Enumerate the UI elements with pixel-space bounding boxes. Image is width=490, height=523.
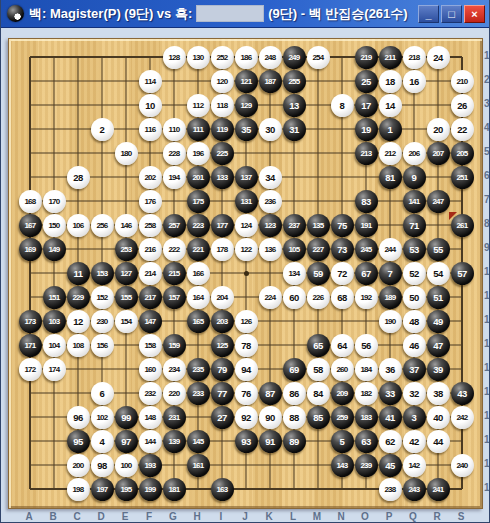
move-number: 226 bbox=[312, 293, 323, 302]
move-number: 219 bbox=[360, 53, 371, 62]
move-number: 145 bbox=[192, 437, 203, 446]
move-number: 8 bbox=[340, 100, 345, 111]
row-label-17: 17 bbox=[484, 434, 490, 445]
move-number: 93 bbox=[241, 436, 251, 447]
move-number: 139 bbox=[168, 437, 179, 446]
go-board[interactable]: 1281302521862482492542192112182411412012… bbox=[8, 38, 483, 509]
move-number: 75 bbox=[337, 220, 347, 231]
stone-183-black: 183 bbox=[355, 406, 378, 429]
stone-194-white: 194 bbox=[163, 166, 186, 189]
move-number: 86 bbox=[289, 388, 299, 399]
stone-189-black: 189 bbox=[379, 286, 402, 309]
column-label-Q: Q bbox=[409, 511, 417, 522]
stone-36-white: 36 bbox=[379, 358, 402, 381]
stone-32-white: 32 bbox=[403, 382, 426, 405]
stone-110-white: 110 bbox=[163, 118, 186, 141]
move-number: 194 bbox=[168, 173, 179, 182]
stone-53-black: 53 bbox=[403, 238, 426, 261]
move-number: 95 bbox=[73, 436, 83, 447]
stone-93-black: 93 bbox=[235, 430, 258, 453]
stone-187-black: 187 bbox=[259, 70, 282, 93]
move-number: 32 bbox=[409, 388, 419, 399]
move-number: 233 bbox=[192, 389, 203, 398]
move-number: 198 bbox=[72, 485, 83, 494]
move-number: 211 bbox=[385, 53, 396, 62]
move-number: 203 bbox=[216, 317, 227, 326]
move-number: 247 bbox=[432, 197, 443, 206]
stone-166-white: 166 bbox=[187, 262, 210, 285]
move-number: 231 bbox=[168, 413, 179, 422]
move-number: 28 bbox=[73, 172, 83, 183]
stone-177-black: 177 bbox=[211, 214, 234, 237]
stone-260-white: 260 bbox=[331, 358, 354, 381]
stone-244-white: 244 bbox=[379, 238, 402, 261]
stone-203-black: 203 bbox=[211, 310, 234, 333]
move-number: 110 bbox=[169, 125, 180, 134]
close-button[interactable]: × bbox=[464, 5, 485, 23]
move-number: 212 bbox=[384, 149, 395, 158]
stone-77-black: 77 bbox=[211, 382, 234, 405]
move-number: 20 bbox=[433, 124, 443, 135]
move-number: 134 bbox=[288, 269, 299, 278]
stone-230-white: 230 bbox=[91, 310, 114, 333]
stone-139-black: 139 bbox=[163, 430, 186, 453]
move-number: 183 bbox=[360, 413, 371, 422]
move-number: 13 bbox=[289, 100, 299, 111]
move-number: 111 bbox=[193, 125, 203, 134]
move-number: 71 bbox=[409, 220, 419, 231]
stone-73-black: 73 bbox=[331, 238, 354, 261]
stone-49-black: 49 bbox=[427, 310, 450, 333]
move-number: 38 bbox=[433, 388, 443, 399]
move-number: 126 bbox=[240, 317, 251, 326]
stone-215-black: 215 bbox=[163, 262, 186, 285]
go-stone-app-icon bbox=[7, 5, 24, 22]
move-number: 144 bbox=[144, 437, 155, 446]
stone-259-black: 259 bbox=[331, 406, 354, 429]
stone-17-black: 17 bbox=[355, 94, 378, 117]
move-number: 236 bbox=[264, 197, 275, 206]
stone-130-white: 130 bbox=[187, 46, 210, 69]
move-number: 235 bbox=[192, 365, 203, 374]
stone-242-white: 242 bbox=[451, 406, 474, 429]
stone-28-white: 28 bbox=[67, 166, 90, 189]
stone-207-black: 207 bbox=[427, 142, 450, 165]
stone-136-white: 136 bbox=[259, 238, 282, 261]
move-number: 18 bbox=[385, 76, 395, 87]
stone-202-white: 202 bbox=[139, 166, 162, 189]
stone-127-black: 127 bbox=[115, 262, 138, 285]
move-number: 209 bbox=[336, 389, 347, 398]
move-number: 202 bbox=[144, 173, 155, 182]
move-number: 243 bbox=[408, 485, 419, 494]
move-number: 165 bbox=[192, 317, 203, 326]
move-number: 257 bbox=[168, 221, 179, 230]
move-number: 35 bbox=[241, 124, 251, 135]
stone-157-black: 157 bbox=[163, 286, 186, 309]
move-number: 174 bbox=[48, 365, 59, 374]
stone-184-white: 184 bbox=[355, 358, 378, 381]
stone-106-white: 106 bbox=[67, 214, 90, 237]
column-label-C: C bbox=[73, 511, 80, 522]
stone-176-white: 176 bbox=[139, 190, 162, 213]
column-label-B: B bbox=[49, 511, 56, 522]
stone-122-white: 122 bbox=[235, 238, 258, 261]
column-label-J: J bbox=[242, 511, 248, 522]
move-number: 223 bbox=[192, 221, 203, 230]
stone-105-black: 105 bbox=[283, 238, 306, 261]
stone-59-black: 59 bbox=[307, 262, 330, 285]
stone-153-black: 153 bbox=[91, 262, 114, 285]
move-number: 48 bbox=[409, 316, 419, 327]
move-number: 210 bbox=[456, 77, 467, 86]
stone-178-white: 178 bbox=[211, 238, 234, 261]
stone-228-white: 228 bbox=[163, 142, 186, 165]
stone-148-white: 148 bbox=[139, 406, 162, 429]
move-number: 99 bbox=[121, 412, 131, 423]
move-number: 69 bbox=[289, 364, 299, 375]
move-number: 68 bbox=[337, 292, 347, 303]
move-number: 157 bbox=[168, 293, 179, 302]
stone-90-white: 90 bbox=[259, 406, 282, 429]
move-number: 89 bbox=[289, 436, 299, 447]
move-number: 207 bbox=[432, 149, 443, 158]
row-label-14: 14 bbox=[484, 362, 490, 373]
move-number: 53 bbox=[409, 244, 419, 255]
move-number: 116 bbox=[145, 125, 156, 134]
move-number: 159 bbox=[168, 341, 179, 350]
stone-232-white: 232 bbox=[139, 382, 162, 405]
move-number: 173 bbox=[24, 317, 35, 326]
column-label-R: R bbox=[433, 511, 440, 522]
move-number: 150 bbox=[48, 221, 59, 230]
move-number: 46 bbox=[409, 340, 419, 351]
move-number: 105 bbox=[288, 245, 299, 254]
move-number: 122 bbox=[240, 245, 251, 254]
move-number: 97 bbox=[121, 436, 131, 447]
stone-95-black: 95 bbox=[67, 430, 90, 453]
move-number: 261 bbox=[456, 221, 467, 230]
row-label-18: 18 bbox=[484, 458, 490, 469]
stone-134-white: 134 bbox=[283, 262, 306, 285]
move-number: 230 bbox=[96, 317, 107, 326]
stone-121-black: 121 bbox=[235, 70, 258, 93]
stone-253-black: 253 bbox=[115, 238, 138, 261]
row-label-3: 3 bbox=[484, 98, 490, 109]
column-label-M: M bbox=[313, 511, 321, 522]
move-number: 192 bbox=[360, 293, 371, 302]
stone-108-white: 108 bbox=[67, 334, 90, 357]
move-number: 213 bbox=[360, 149, 371, 158]
stone-7-black: 7 bbox=[379, 262, 402, 285]
stone-128-white: 128 bbox=[163, 46, 186, 69]
move-number: 131 bbox=[240, 197, 251, 206]
stone-225-black: 225 bbox=[211, 142, 234, 165]
stone-241-black: 241 bbox=[427, 478, 450, 501]
move-number: 197 bbox=[96, 485, 107, 494]
move-number: 242 bbox=[456, 413, 467, 422]
move-number: 217 bbox=[144, 293, 155, 302]
row-label-6: 6 bbox=[484, 170, 490, 181]
move-number: 47 bbox=[433, 340, 443, 351]
move-number: 22 bbox=[457, 124, 467, 135]
stone-56-white: 56 bbox=[355, 334, 378, 357]
stone-52-white: 52 bbox=[403, 262, 426, 285]
stone-165-black: 165 bbox=[187, 310, 210, 333]
stone-22-white: 22 bbox=[451, 118, 474, 141]
stone-44-white: 44 bbox=[427, 430, 450, 453]
move-number: 191 bbox=[360, 221, 371, 230]
stone-30-white: 30 bbox=[259, 118, 282, 141]
move-number: 237 bbox=[288, 221, 299, 230]
column-label-A: A bbox=[25, 511, 32, 522]
stone-180-white: 180 bbox=[115, 142, 138, 165]
move-number: 106 bbox=[72, 221, 83, 230]
stone-218-white: 218 bbox=[403, 46, 426, 69]
stone-124-white: 124 bbox=[235, 214, 258, 237]
stone-19-black: 19 bbox=[355, 118, 378, 141]
move-number: 42 bbox=[409, 436, 419, 447]
stone-255-black: 255 bbox=[283, 70, 306, 93]
move-number: 31 bbox=[289, 124, 299, 135]
move-number: 76 bbox=[241, 388, 251, 399]
stone-46-white: 46 bbox=[403, 334, 426, 357]
stone-198-white: 198 bbox=[67, 478, 90, 501]
stone-209-black: 209 bbox=[331, 382, 354, 405]
row-label-10: 10 bbox=[484, 266, 490, 277]
move-number: 94 bbox=[241, 364, 251, 375]
stone-92-white: 92 bbox=[235, 406, 258, 429]
move-number: 232 bbox=[144, 389, 155, 398]
stone-210-white: 210 bbox=[451, 70, 474, 93]
stone-221-black: 221 bbox=[187, 238, 210, 261]
stone-224-white: 224 bbox=[259, 286, 282, 309]
move-number: 258 bbox=[144, 221, 155, 230]
move-number: 249 bbox=[288, 53, 299, 62]
title-left: 백: Magister(P) (9단) vs 흑: bbox=[29, 5, 192, 23]
stone-129-black: 129 bbox=[235, 94, 258, 117]
move-number: 52 bbox=[409, 268, 419, 279]
move-number: 251 bbox=[456, 173, 467, 182]
stone-24-white: 24 bbox=[427, 46, 450, 69]
stone-212-white: 212 bbox=[379, 142, 402, 165]
move-number: 37 bbox=[409, 364, 419, 375]
stone-223-black: 223 bbox=[187, 214, 210, 237]
stone-247-black: 247 bbox=[427, 190, 450, 213]
row-label-16: 16 bbox=[484, 410, 490, 421]
move-number: 215 bbox=[168, 269, 179, 278]
move-number: 79 bbox=[217, 364, 227, 375]
window-title: 백: Magister(P) (9단) vs 흑: (9단) - 백 반집승(2… bbox=[29, 5, 414, 23]
move-number: 189 bbox=[384, 293, 395, 302]
window-buttons: _ □ × bbox=[418, 5, 485, 23]
move-number: 176 bbox=[144, 197, 155, 206]
move-number: 41 bbox=[385, 412, 395, 423]
stone-145-black: 145 bbox=[187, 430, 210, 453]
move-number: 234 bbox=[168, 365, 179, 374]
stone-96-white: 96 bbox=[67, 406, 90, 429]
stone-135-black: 135 bbox=[307, 214, 330, 237]
stone-54-white: 54 bbox=[427, 262, 450, 285]
move-number: 142 bbox=[408, 461, 419, 470]
title-bar[interactable]: 백: Magister(P) (9단) vs 흑: (9단) - 백 반집승(2… bbox=[1, 0, 489, 28]
stone-51-black: 51 bbox=[427, 286, 450, 309]
move-number: 148 bbox=[144, 413, 155, 422]
stone-257-black: 257 bbox=[163, 214, 186, 237]
move-number: 17 bbox=[361, 100, 371, 111]
stone-42-white: 42 bbox=[403, 430, 426, 453]
stone-112-white: 112 bbox=[187, 94, 210, 117]
stone-38-white: 38 bbox=[427, 382, 450, 405]
stone-123-black: 123 bbox=[259, 214, 282, 237]
minimize-button[interactable]: _ bbox=[418, 5, 439, 23]
column-label-F: F bbox=[146, 511, 152, 522]
stone-254-white: 254 bbox=[307, 46, 330, 69]
stone-83-black: 83 bbox=[355, 190, 378, 213]
move-number: 245 bbox=[360, 245, 371, 254]
stone-234-white: 234 bbox=[163, 358, 186, 381]
stone-119-black: 119 bbox=[211, 118, 234, 141]
stone-71-black: 71 bbox=[403, 214, 426, 237]
stone-68-white: 68 bbox=[331, 286, 354, 309]
move-number: 200 bbox=[72, 461, 83, 470]
stone-6-white: 6 bbox=[91, 382, 114, 405]
stone-25-black: 25 bbox=[355, 70, 378, 93]
move-number: 244 bbox=[384, 245, 395, 254]
move-number: 1 bbox=[388, 124, 393, 135]
move-number: 83 bbox=[361, 196, 371, 207]
move-number: 256 bbox=[96, 221, 107, 230]
move-number: 133 bbox=[216, 173, 227, 182]
stone-216-white: 216 bbox=[139, 238, 162, 261]
move-number: 65 bbox=[313, 340, 323, 351]
move-number: 77 bbox=[217, 388, 227, 399]
move-number: 175 bbox=[192, 197, 203, 206]
stone-201-black: 201 bbox=[187, 166, 210, 189]
stone-10-white: 10 bbox=[139, 94, 162, 117]
stone-171-black: 171 bbox=[19, 334, 42, 357]
stone-41-black: 41 bbox=[379, 406, 402, 429]
move-number: 11 bbox=[73, 268, 82, 279]
move-number: 220 bbox=[168, 389, 179, 398]
stone-217-black: 217 bbox=[139, 286, 162, 309]
move-number: 218 bbox=[408, 53, 419, 62]
move-number: 146 bbox=[120, 221, 131, 230]
stone-161-black: 161 bbox=[187, 454, 210, 477]
move-number: 238 bbox=[384, 485, 395, 494]
stone-239-black: 239 bbox=[355, 454, 378, 477]
stone-33-black: 33 bbox=[379, 382, 402, 405]
move-number: 193 bbox=[144, 461, 155, 470]
move-number: 160 bbox=[144, 365, 155, 374]
move-number: 151 bbox=[48, 293, 59, 302]
move-number: 201 bbox=[192, 173, 203, 182]
move-number: 9 bbox=[412, 172, 417, 183]
stone-245-black: 245 bbox=[355, 238, 378, 261]
column-label-E: E bbox=[122, 511, 129, 522]
move-number: 137 bbox=[240, 173, 251, 182]
move-number: 33 bbox=[385, 388, 395, 399]
stone-199-black: 199 bbox=[139, 478, 162, 501]
stone-152-white: 152 bbox=[91, 286, 114, 309]
move-number: 100 bbox=[120, 461, 131, 470]
stone-48-white: 48 bbox=[403, 310, 426, 333]
stone-11-black: 11 bbox=[67, 262, 90, 285]
stone-8-white: 8 bbox=[331, 94, 354, 117]
move-number: 187 bbox=[264, 77, 275, 86]
move-number: 34 bbox=[265, 172, 275, 183]
stone-131-black: 131 bbox=[235, 190, 258, 213]
move-number: 184 bbox=[360, 365, 371, 374]
stone-9-black: 9 bbox=[403, 166, 426, 189]
move-number: 152 bbox=[96, 293, 107, 302]
stone-137-black: 137 bbox=[235, 166, 258, 189]
stone-240-white: 240 bbox=[451, 454, 474, 477]
maximize-button[interactable]: □ bbox=[441, 5, 462, 23]
stone-150-white: 150 bbox=[43, 214, 66, 237]
stone-256-white: 256 bbox=[91, 214, 114, 237]
title-right: (9단) - 백 반집승(261수) bbox=[268, 5, 407, 23]
move-number: 177 bbox=[216, 221, 227, 230]
row-label-19: 19 bbox=[484, 482, 490, 493]
move-number: 19 bbox=[361, 124, 371, 135]
stone-252-white: 252 bbox=[211, 46, 234, 69]
hidden-player-name-box bbox=[196, 5, 264, 22]
stone-160-white: 160 bbox=[139, 358, 162, 381]
stone-100-white: 100 bbox=[115, 454, 138, 477]
move-number: 163 bbox=[216, 485, 227, 494]
stone-146-white: 146 bbox=[115, 214, 138, 237]
move-number: 255 bbox=[288, 77, 299, 86]
stone-27-black: 27 bbox=[211, 406, 234, 429]
move-number: 128 bbox=[168, 53, 179, 62]
move-number: 12 bbox=[73, 316, 83, 327]
move-number: 253 bbox=[120, 245, 131, 254]
column-label-L: L bbox=[290, 511, 296, 522]
move-number: 155 bbox=[120, 293, 131, 302]
move-number: 178 bbox=[216, 245, 227, 254]
stone-220-white: 220 bbox=[163, 382, 186, 405]
stone-191-black: 191 bbox=[355, 214, 378, 237]
stone-78-white: 78 bbox=[235, 334, 258, 357]
move-number: 205 bbox=[456, 149, 467, 158]
move-number: 81 bbox=[385, 172, 395, 183]
stone-227-black: 227 bbox=[307, 238, 330, 261]
move-number: 252 bbox=[216, 53, 227, 62]
stone-226-white: 226 bbox=[307, 286, 330, 309]
stone-169-black: 169 bbox=[19, 238, 42, 261]
column-label-O: O bbox=[361, 511, 369, 522]
stone-193-black: 193 bbox=[139, 454, 162, 477]
stone-4-white: 4 bbox=[91, 430, 114, 453]
stone-79-black: 79 bbox=[211, 358, 234, 381]
move-number: 3 bbox=[412, 412, 417, 423]
stone-94-white: 94 bbox=[235, 358, 258, 381]
stone-164-white: 164 bbox=[187, 286, 210, 309]
move-number: 62 bbox=[385, 436, 395, 447]
stone-195-black: 195 bbox=[115, 478, 138, 501]
stone-219-black: 219 bbox=[355, 46, 378, 69]
move-number: 239 bbox=[360, 461, 371, 470]
stone-214-white: 214 bbox=[139, 262, 162, 285]
stone-154-white: 154 bbox=[115, 310, 138, 333]
stone-170-white: 170 bbox=[43, 190, 66, 213]
stone-63-black: 63 bbox=[355, 430, 378, 453]
stone-116-white: 116 bbox=[139, 118, 162, 141]
stone-18-white: 18 bbox=[379, 70, 402, 93]
stone-213-black: 213 bbox=[355, 142, 378, 165]
move-number: 104 bbox=[48, 341, 59, 350]
